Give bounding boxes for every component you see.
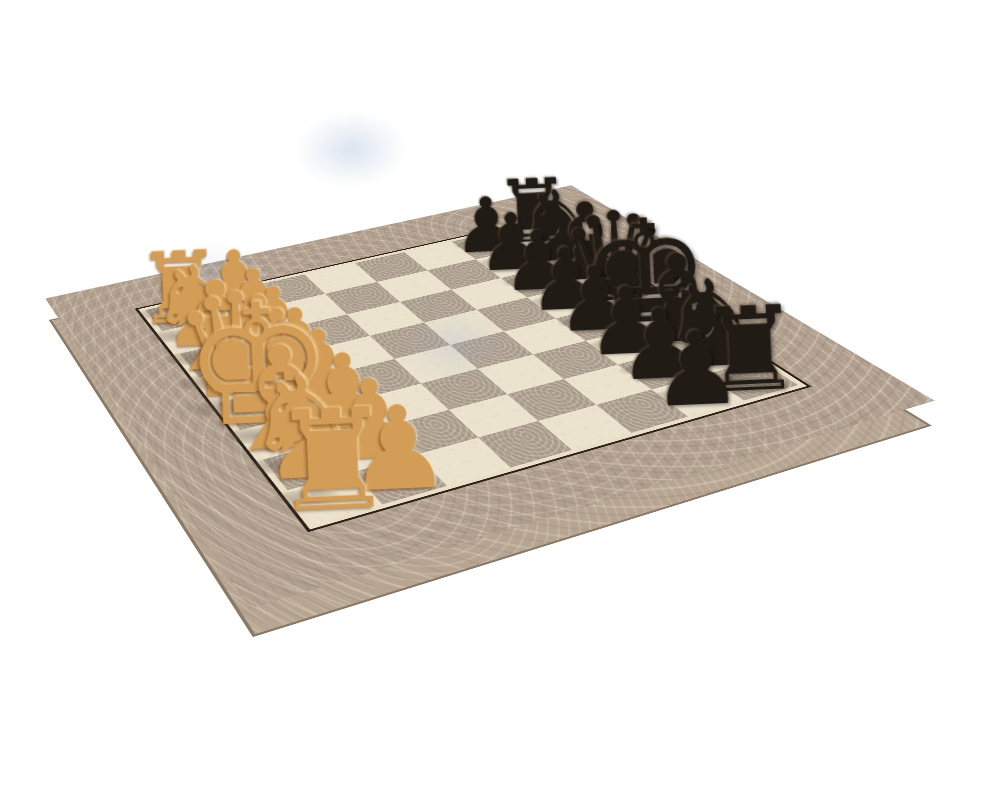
piece-white-rook-h1[interactable]: ♜ bbox=[268, 390, 398, 534]
product-photo-scene: ♜♞♝♛♚♝♞♜♟♟♟♟♟♟♟♟♟♟♟♟♟♟♟♟♜♞♝♛♚♝♞♜ bbox=[0, 0, 1000, 800]
piece-black-pawn-h7[interactable]: ♟ bbox=[649, 316, 745, 422]
pieces-layer: ♜♞♝♛♚♝♞♜♟♟♟♟♟♟♟♟♟♟♟♟♟♟♟♟♜♞♝♛♚♝♞♜ bbox=[0, 0, 1000, 800]
camera-roll-wrapper: ♜♞♝♛♚♝♞♜♟♟♟♟♟♟♟♟♟♟♟♟♟♟♟♟♜♞♝♛♚♝♞♜ bbox=[0, 0, 1000, 800]
